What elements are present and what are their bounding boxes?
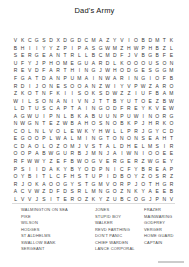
word-item: HOME GUARD	[144, 233, 174, 240]
grid-cell: M	[154, 37, 161, 45]
grid-cell: N	[132, 75, 139, 83]
grid-cell: U	[125, 97, 132, 105]
grid-cell: A	[83, 75, 90, 83]
grid-cell: A	[83, 82, 90, 90]
grid-cell: I	[140, 150, 147, 158]
grid-cell: A	[76, 105, 83, 113]
grid-cell: Y	[69, 180, 76, 188]
grid-cell: S	[90, 45, 97, 53]
grid-cell: W	[111, 90, 118, 98]
grid-cell: U	[104, 112, 111, 120]
grid-cell: R	[168, 180, 175, 188]
grid-separator-line	[12, 203, 175, 204]
grid-cell: U	[90, 173, 97, 181]
grid-cell: F	[12, 75, 19, 83]
grid-cell: L	[83, 188, 90, 196]
grid-cell: H	[69, 67, 76, 75]
grid-cell: G	[90, 158, 97, 166]
grid-cell: O	[140, 97, 147, 105]
grid-cell: E	[140, 67, 147, 75]
grid-cell: G	[97, 135, 104, 143]
grid-cell: W	[104, 75, 111, 83]
grid-cell: P	[97, 165, 104, 173]
grid-cell: A	[97, 37, 104, 45]
grid-cell: I	[19, 97, 26, 105]
grid-cell: R	[161, 112, 168, 120]
grid-cell: N	[83, 97, 90, 105]
grid-cell: E	[168, 52, 175, 60]
grid-cell: M	[168, 90, 175, 98]
grid-cell: O	[26, 90, 33, 98]
grid-cell: T	[83, 180, 90, 188]
grid-cell: P	[132, 120, 139, 128]
grid-cell: O	[76, 82, 83, 90]
grid-cell: G	[140, 195, 147, 203]
grid-cell: F	[40, 67, 47, 75]
grid-cell: P	[132, 82, 139, 90]
grid-cell: F	[47, 90, 54, 98]
grid-cell: R	[154, 120, 161, 128]
grid-cell: N	[97, 188, 104, 196]
grid-cell: J	[140, 120, 147, 128]
grid-cell: V	[47, 128, 54, 136]
grid-cell: I	[125, 37, 132, 45]
grid-cell: S	[40, 195, 47, 203]
grid-cell: O	[111, 120, 118, 128]
grid-cell: Z	[55, 143, 62, 151]
grid-cell: D	[104, 90, 111, 98]
grid-cell: B	[40, 150, 47, 158]
grid-cell: W	[168, 97, 175, 105]
grid-cell: M	[62, 60, 69, 68]
grid-cell: U	[33, 112, 40, 120]
word-list-column: JONESSTUPID BOYWALKERREVD FARTHINGDON'T …	[95, 207, 135, 253]
grid-cell: W	[104, 128, 111, 136]
grid-cell: Y	[140, 188, 147, 196]
grid-cell: S	[90, 143, 97, 151]
grid-cell: I	[26, 45, 33, 53]
grid-cell: N	[132, 135, 139, 143]
grid-cell: D	[104, 60, 111, 68]
grid-cell: S	[62, 82, 69, 90]
grid-cell: Z	[104, 195, 111, 203]
grid-cell: G	[104, 188, 111, 196]
grid-cell: Z	[118, 188, 125, 196]
grid-cell: E	[161, 105, 168, 113]
grid-cell: Z	[118, 45, 125, 53]
grid-cell: O	[168, 82, 175, 90]
grid-cell: B	[69, 158, 76, 166]
grid-cell: A	[111, 150, 118, 158]
grid-cell: S	[40, 105, 47, 113]
grid-cell: R	[132, 158, 139, 166]
grid-cell: D	[47, 188, 54, 196]
grid-cell: B	[12, 45, 19, 53]
grid-cell: K	[118, 60, 125, 68]
grid-cell: W	[76, 128, 83, 136]
grid-cell: H	[111, 67, 118, 75]
grid-cell: C	[97, 52, 104, 60]
grid-cell: A	[12, 112, 19, 120]
grid-cell: L	[111, 60, 118, 68]
grid-cell: O	[132, 37, 139, 45]
grid-cell: A	[90, 60, 97, 68]
grid-cell: W	[140, 82, 147, 90]
grid-cell: O	[62, 143, 69, 151]
grid-cell: O	[55, 180, 62, 188]
grid-cell: S	[76, 90, 83, 98]
grid-cell: K	[33, 180, 40, 188]
grid-cell: C	[125, 195, 132, 203]
grid-cell: O	[147, 173, 154, 181]
grid-cell: A	[12, 188, 19, 196]
grid-cell: Y	[118, 97, 125, 105]
grid-cell: W	[104, 82, 111, 90]
grid-cell: O	[83, 90, 90, 98]
grid-cell: O	[104, 105, 111, 113]
grid-cell: N	[97, 150, 104, 158]
grid-cell: I	[62, 90, 69, 98]
grid-cell: L	[168, 45, 175, 53]
grid-cell: N	[33, 128, 40, 136]
grid-cell: A	[147, 188, 154, 196]
grid-cell: O	[125, 173, 132, 181]
grid-cell: U	[69, 75, 76, 83]
grid-cell: L	[12, 105, 19, 113]
grid-cell: T	[26, 105, 33, 113]
grid-cell: E	[147, 97, 154, 105]
grid-cell: C	[161, 128, 168, 136]
grid-cell: Y	[132, 173, 139, 181]
grid-cell: V	[97, 158, 104, 166]
grid-cell: K	[76, 112, 83, 120]
grid-cell: R	[69, 195, 76, 203]
grid-cell: Z	[55, 45, 62, 53]
grid-cell: I	[33, 165, 40, 173]
grid-cell: W	[104, 45, 111, 53]
grid-cell: M	[111, 45, 118, 53]
grid-cell: G	[147, 52, 154, 60]
grid-cell: E	[104, 158, 111, 166]
grid-cell: B	[140, 165, 147, 173]
grid-cell: N	[97, 75, 104, 83]
grid-cell: D	[111, 52, 118, 60]
grid-cell: P	[40, 135, 47, 143]
grid-cell: N	[47, 97, 54, 105]
grid-cell: V	[26, 195, 33, 203]
grid-cell: E	[147, 135, 154, 143]
grid-cell: V	[26, 188, 33, 196]
grid-cell: O	[55, 128, 62, 136]
grid-cell: M	[90, 188, 97, 196]
grid-cell: K	[19, 90, 26, 98]
word-item: SERGEANT	[21, 246, 68, 253]
grid-cell: G	[62, 180, 69, 188]
grid-cell: H	[147, 120, 154, 128]
grid-cell: Z	[12, 90, 19, 98]
grid-cell: O	[33, 143, 40, 151]
grid-cell: R	[12, 158, 19, 166]
grid-cell: N	[168, 60, 175, 68]
grid-cell: G	[33, 37, 40, 45]
grid-cell: I	[83, 135, 90, 143]
grid-cell: H	[125, 143, 132, 151]
grid-cell: R	[26, 52, 33, 60]
grid-cell: T	[69, 105, 76, 113]
grid-cell: Z	[40, 188, 47, 196]
grid-cell: D	[19, 105, 26, 113]
grid-cell: N	[161, 195, 168, 203]
grid-cell: G	[97, 105, 104, 113]
grid-cell: P	[97, 173, 104, 181]
grid-cell: O	[40, 82, 47, 90]
grid-cell: A	[40, 180, 47, 188]
grid-cell: E	[132, 105, 139, 113]
grid-cell: P	[26, 150, 33, 158]
grid-cell: G	[55, 150, 62, 158]
grid-cell: R	[111, 158, 118, 166]
grid-cell: N	[12, 120, 19, 128]
grid-cell: M	[76, 75, 83, 83]
grid-cell: I	[104, 173, 111, 181]
grid-cell: N	[47, 82, 54, 90]
grid-cell: D	[19, 82, 26, 90]
grid-cell: E	[40, 52, 47, 60]
grid-cell: I	[76, 67, 83, 75]
grid-cell: E	[69, 60, 76, 68]
grid-cell: M	[69, 143, 76, 151]
grid-cell: W	[132, 112, 139, 120]
grid-cell: J	[132, 180, 139, 188]
grid-cell: Y	[118, 82, 125, 90]
grid-cell: N	[83, 67, 90, 75]
grid-cell: Y	[40, 45, 47, 53]
grid-cell: Z	[47, 158, 54, 166]
grid-cell: G	[90, 180, 97, 188]
grid-cell: J	[104, 150, 111, 158]
grid-cell: W	[33, 158, 40, 166]
grid-cell: G	[76, 60, 83, 68]
grid-cell: T	[104, 135, 111, 143]
grid-cell: Y	[140, 105, 147, 113]
footer-watermark	[158, 261, 184, 263]
grid-cell: Z	[118, 90, 125, 98]
grid-cell: L	[111, 128, 118, 136]
grid-cell: G	[33, 52, 40, 60]
grid-cell: K	[55, 165, 62, 173]
grid-cell: S	[33, 97, 40, 105]
grid-cell: B	[118, 120, 125, 128]
grid-cell: O	[19, 150, 26, 158]
grid-cell: D	[40, 75, 47, 83]
grid-cell: Y	[90, 128, 97, 136]
grid-cell: H	[69, 173, 76, 181]
grid-cell: U	[83, 60, 90, 68]
grid-cell: L	[69, 135, 76, 143]
grid-cell: G	[90, 67, 97, 75]
grid-cell: E	[168, 150, 175, 158]
word-list-column: WALMINGTON ON SEAPIKEWILSONHODGESST ALDH…	[21, 207, 68, 253]
grid-cell: A	[154, 135, 161, 143]
puzzle-page: { "game": "word-search", "title": "Dad's…	[0, 0, 189, 267]
grid-cell: D	[76, 37, 83, 45]
grid-cell: G	[161, 67, 168, 75]
grid-cell: L	[47, 135, 54, 143]
grid-cell: G	[97, 45, 104, 53]
grid-cell: V	[168, 195, 175, 203]
grid-cell: T	[62, 52, 69, 60]
grid-cell: J	[33, 60, 40, 68]
grid-cell: Y	[40, 158, 47, 166]
grid-cell: C	[83, 37, 90, 45]
grid-cell: S	[140, 135, 147, 143]
grid-cell: M	[90, 37, 97, 45]
grid-cell: D	[118, 143, 125, 151]
grid-cell: N	[90, 135, 97, 143]
grid-cell: A	[47, 67, 54, 75]
grid-cell: P	[40, 60, 47, 68]
grid-cell: D	[90, 165, 97, 173]
grid-cell: G	[69, 37, 76, 45]
grid-cell: T	[33, 90, 40, 98]
grid-cell: A	[47, 165, 54, 173]
grid-cell: N	[62, 97, 69, 105]
grid-cell: A	[55, 97, 62, 105]
grid-cell: I	[111, 165, 118, 173]
grid-cell: B	[168, 75, 175, 83]
grid-cell: I	[26, 82, 33, 90]
grid-cell: G	[19, 112, 26, 120]
grid-cell: F	[19, 158, 26, 166]
grid-cell: N	[104, 120, 111, 128]
grid-cell: P	[12, 165, 19, 173]
grid-cell: E	[55, 158, 62, 166]
grid-cell: U	[33, 105, 40, 113]
grid-cell: E	[19, 67, 26, 75]
grid-cell: E	[154, 165, 161, 173]
grid-cell: W	[12, 97, 19, 105]
grid-cell: R	[12, 180, 19, 188]
grid-cell: V	[125, 82, 132, 90]
grid-cell: G	[154, 67, 161, 75]
grid-cell: B	[69, 112, 76, 120]
grid-cell: P	[62, 75, 69, 83]
grid-cell: V	[26, 67, 33, 75]
grid-cell: S	[147, 67, 154, 75]
grid-cell: D	[147, 37, 154, 45]
grid-cell: I	[118, 150, 125, 158]
grid-cell: B	[154, 52, 161, 60]
grid-cell: E	[161, 188, 168, 196]
grid-cell: D	[47, 37, 54, 45]
grid-cell: S	[40, 37, 47, 45]
grid-cell: I	[33, 173, 40, 181]
grid-cell: A	[55, 105, 62, 113]
grid-cell: I	[40, 112, 47, 120]
grid-cell: G	[154, 158, 161, 166]
grid-cell: A	[47, 52, 54, 60]
grid-cell: B	[118, 195, 125, 203]
grid-cell: S	[154, 173, 161, 181]
grid-cell: B	[154, 90, 161, 98]
grid-cell: E	[47, 120, 54, 128]
grid-cell: H	[161, 135, 168, 143]
grid-cell: B	[69, 120, 76, 128]
word-list: WALMINGTON ON SEAPIKEWILSONHODGESST ALDH…	[0, 207, 189, 255]
grid-cell: J	[140, 128, 147, 136]
grid-cell: V	[154, 105, 161, 113]
grid-cell: N	[40, 90, 47, 98]
grid-cell: O	[147, 150, 154, 158]
grid-cell: M	[90, 150, 97, 158]
grid-cell: L	[12, 195, 19, 203]
grid-cell: B	[90, 52, 97, 60]
grid-cell: T	[83, 173, 90, 181]
grid-cell: A	[111, 75, 118, 83]
grid-cell: K	[132, 188, 139, 196]
grid-cell: T	[40, 120, 47, 128]
word-item: WALMINGTON ON SEA	[21, 207, 68, 214]
grid-cell: M	[168, 67, 175, 75]
grid-cell: N	[118, 135, 125, 143]
grid-cell: P	[140, 45, 147, 53]
grid-cell: X	[55, 37, 62, 45]
grid-cell: B	[161, 97, 168, 105]
grid-cell: C	[12, 143, 19, 151]
grid-cell: B	[168, 188, 175, 196]
grid-cell: Y	[47, 45, 54, 53]
grid-cell: O	[161, 60, 168, 68]
grid-cell: L	[62, 128, 69, 136]
grid-cell: N	[33, 120, 40, 128]
grid-cell: V	[19, 195, 26, 203]
grid-cell: I	[33, 45, 40, 53]
grid-cell: T	[33, 75, 40, 83]
grid-cell: N	[90, 105, 97, 113]
grid-cell: F	[62, 173, 69, 181]
grid-cell: I	[83, 105, 90, 113]
grid-cell: U	[147, 60, 154, 68]
grid-cell: S	[154, 143, 161, 151]
grid-cell: T	[161, 37, 168, 45]
grid-cell: M	[104, 52, 111, 60]
grid-cell: T	[168, 135, 175, 143]
grid-cell: E	[125, 158, 132, 166]
grid-cell: Y	[154, 128, 161, 136]
grid-cell: E	[55, 82, 62, 90]
grid-cell: R	[147, 165, 154, 173]
grid-cell: J	[90, 97, 97, 105]
grid-cell: D	[40, 165, 47, 173]
grid-cell: R	[55, 67, 62, 75]
grid-cell: L	[26, 128, 33, 136]
grid-cell: C	[118, 165, 125, 173]
grid-cell: S	[97, 120, 104, 128]
grid-cell: O	[12, 173, 19, 181]
grid-cell: K	[168, 37, 175, 45]
grid-cell: L	[83, 52, 90, 60]
grid-cell: V	[76, 97, 83, 105]
grid-cell: L	[26, 97, 33, 105]
grid-cell: O	[83, 165, 90, 173]
grid-cell: A	[62, 135, 69, 143]
grid-cell: P	[62, 105, 69, 113]
grid-cell: O	[69, 82, 76, 90]
grid-cell: F	[147, 90, 154, 98]
grid-cell: O	[90, 120, 97, 128]
grid-cell: E	[154, 188, 161, 196]
grid-cell: W	[132, 45, 139, 53]
